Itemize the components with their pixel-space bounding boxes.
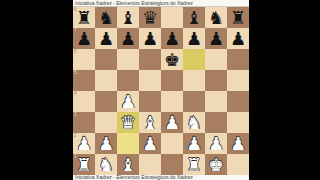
square-b4[interactable] xyxy=(95,91,117,112)
square-f2[interactable]: ♟ xyxy=(183,133,205,154)
white-king-g1[interactable]: ♚ xyxy=(208,155,224,173)
square-b5[interactable] xyxy=(95,70,117,91)
black-pawn-g7[interactable]: ♟ xyxy=(208,29,224,47)
black-king-e6[interactable]: ♚ xyxy=(164,50,180,68)
white-rook-f1[interactable]: ♜ xyxy=(186,155,202,173)
square-a8[interactable]: 8♜ xyxy=(73,7,95,28)
square-h5[interactable] xyxy=(227,70,249,91)
square-c7[interactable]: ♟ xyxy=(117,28,139,49)
square-f1[interactable]: ♜ xyxy=(183,154,205,175)
square-a4[interactable]: 4 xyxy=(73,91,95,112)
square-h3[interactable] xyxy=(227,112,249,133)
square-e7[interactable]: ♟ xyxy=(161,28,183,49)
square-b3[interactable] xyxy=(95,112,117,133)
square-a2[interactable]: 2♟ xyxy=(73,133,95,154)
letterbox-left xyxy=(0,0,73,180)
black-pawn-e7[interactable]: ♟ xyxy=(164,29,180,47)
square-f7[interactable]: ♟ xyxy=(183,28,205,49)
square-e6[interactable]: ♚ xyxy=(161,49,183,70)
square-e5[interactable] xyxy=(161,70,183,91)
black-bishop-f8[interactable]: ♝ xyxy=(186,8,202,26)
square-d8[interactable]: ♛ xyxy=(139,7,161,28)
bottom-bar: Iniciativa Xadrez - Elementos Estratégic… xyxy=(73,175,249,180)
square-b7[interactable]: ♟ xyxy=(95,28,117,49)
square-c5[interactable] xyxy=(117,70,139,91)
white-pawn-h2[interactable]: ♟ xyxy=(230,134,246,152)
black-pawn-c7[interactable]: ♟ xyxy=(120,29,136,47)
square-g7[interactable]: ♟ xyxy=(205,28,227,49)
black-rook-a8[interactable]: ♜ xyxy=(76,8,92,26)
white-queen-c3[interactable]: ♛ xyxy=(120,113,136,131)
square-c4[interactable]: ♟ xyxy=(117,91,139,112)
square-h8[interactable]: ♜ xyxy=(227,7,249,28)
square-g6[interactable] xyxy=(205,49,227,70)
white-pawn-g2[interactable]: ♟ xyxy=(208,134,224,152)
black-pawn-h7[interactable]: ♟ xyxy=(230,29,246,47)
black-pawn-d7[interactable]: ♟ xyxy=(142,29,158,47)
rank-label-5: 5 xyxy=(74,70,77,75)
square-c1[interactable]: ♝ xyxy=(117,154,139,175)
square-f8[interactable]: ♝ xyxy=(183,7,205,28)
white-pawn-d2[interactable]: ♟ xyxy=(142,134,158,152)
app-window: Iniciativa Xadrez - Elementos Estratégic… xyxy=(73,0,249,180)
square-d4[interactable] xyxy=(139,91,161,112)
white-bishop-c1[interactable]: ♝ xyxy=(120,155,136,173)
white-pawn-c4[interactable]: ♟ xyxy=(120,92,136,110)
square-c6[interactable] xyxy=(117,49,139,70)
square-b6[interactable] xyxy=(95,49,117,70)
black-knight-g8[interactable]: ♞ xyxy=(208,8,224,26)
square-b1[interactable]: ♞ xyxy=(95,154,117,175)
white-pawn-e3[interactable]: ♟ xyxy=(164,113,180,131)
white-knight-b1[interactable]: ♞ xyxy=(98,155,114,173)
black-pawn-f7[interactable]: ♟ xyxy=(186,29,202,47)
letterbox-right xyxy=(249,0,320,180)
square-h7[interactable]: ♟ xyxy=(227,28,249,49)
white-knight-f3[interactable]: ♞ xyxy=(186,113,202,131)
rank-label-4: 4 xyxy=(74,91,77,96)
rank-label-6: 6 xyxy=(74,49,77,54)
square-f6[interactable] xyxy=(183,49,205,70)
white-bishop-d3[interactable]: ♝ xyxy=(142,113,158,131)
white-pawn-f2[interactable]: ♟ xyxy=(186,134,202,152)
white-pawn-a2[interactable]: ♟ xyxy=(76,134,92,152)
black-pawn-a7[interactable]: ♟ xyxy=(76,29,92,47)
square-h4[interactable] xyxy=(227,91,249,112)
square-h6[interactable] xyxy=(227,49,249,70)
square-a6[interactable]: 6 xyxy=(73,49,95,70)
square-h1[interactable] xyxy=(227,154,249,175)
square-a5[interactable]: 5 xyxy=(73,70,95,91)
square-g1[interactable]: ♚ xyxy=(205,154,227,175)
square-f3[interactable]: ♞ xyxy=(183,112,205,133)
square-c2[interactable] xyxy=(117,133,139,154)
square-d7[interactable]: ♟ xyxy=(139,28,161,49)
square-d3[interactable]: ♝ xyxy=(139,112,161,133)
square-f4[interactable] xyxy=(183,91,205,112)
square-g2[interactable]: ♟ xyxy=(205,133,227,154)
square-h2[interactable]: ♟ xyxy=(227,133,249,154)
black-rook-h8[interactable]: ♜ xyxy=(230,8,246,26)
white-pawn-b2[interactable]: ♟ xyxy=(98,134,114,152)
square-a1[interactable]: 1♜ xyxy=(73,154,95,175)
square-e2[interactable] xyxy=(161,133,183,154)
square-b2[interactable]: ♟ xyxy=(95,133,117,154)
square-a3[interactable]: 3 xyxy=(73,112,95,133)
square-g4[interactable] xyxy=(205,91,227,112)
rank-label-3: 3 xyxy=(74,112,77,117)
square-e1[interactable] xyxy=(161,154,183,175)
black-queen-d8[interactable]: ♛ xyxy=(142,8,158,26)
video-frame: { "game": "chess", "position": "rnbq1bnr… xyxy=(0,0,320,180)
black-knight-b8[interactable]: ♞ xyxy=(98,8,114,26)
square-e8[interactable] xyxy=(161,7,183,28)
square-g3[interactable] xyxy=(205,112,227,133)
black-bishop-c8[interactable]: ♝ xyxy=(120,8,136,26)
square-b8[interactable]: ♞ xyxy=(95,7,117,28)
square-d6[interactable] xyxy=(139,49,161,70)
square-c3[interactable]: ♛ xyxy=(117,112,139,133)
square-g8[interactable]: ♞ xyxy=(205,7,227,28)
square-d2[interactable]: ♟ xyxy=(139,133,161,154)
square-c8[interactable]: ♝ xyxy=(117,7,139,28)
black-pawn-b7[interactable]: ♟ xyxy=(98,29,114,47)
square-d5[interactable] xyxy=(139,70,161,91)
square-e4[interactable] xyxy=(161,91,183,112)
square-g5[interactable] xyxy=(205,70,227,91)
square-a7[interactable]: 7♟ xyxy=(73,28,95,49)
chess-board: 8♜♞♝♛♝♞♜7♟♟♟♟♟♟♟♟6♚54♟3♛♝♟♞2♟♟♟♟♟♟1♜♞♝♜♚ xyxy=(73,7,249,175)
bottom-bar-text: Iniciativa Xadrez - Elementos Estratégic… xyxy=(75,175,193,180)
square-d1[interactable] xyxy=(139,154,161,175)
square-f5[interactable] xyxy=(183,70,205,91)
square-e3[interactable]: ♟ xyxy=(161,112,183,133)
white-rook-a1[interactable]: ♜ xyxy=(76,155,92,173)
